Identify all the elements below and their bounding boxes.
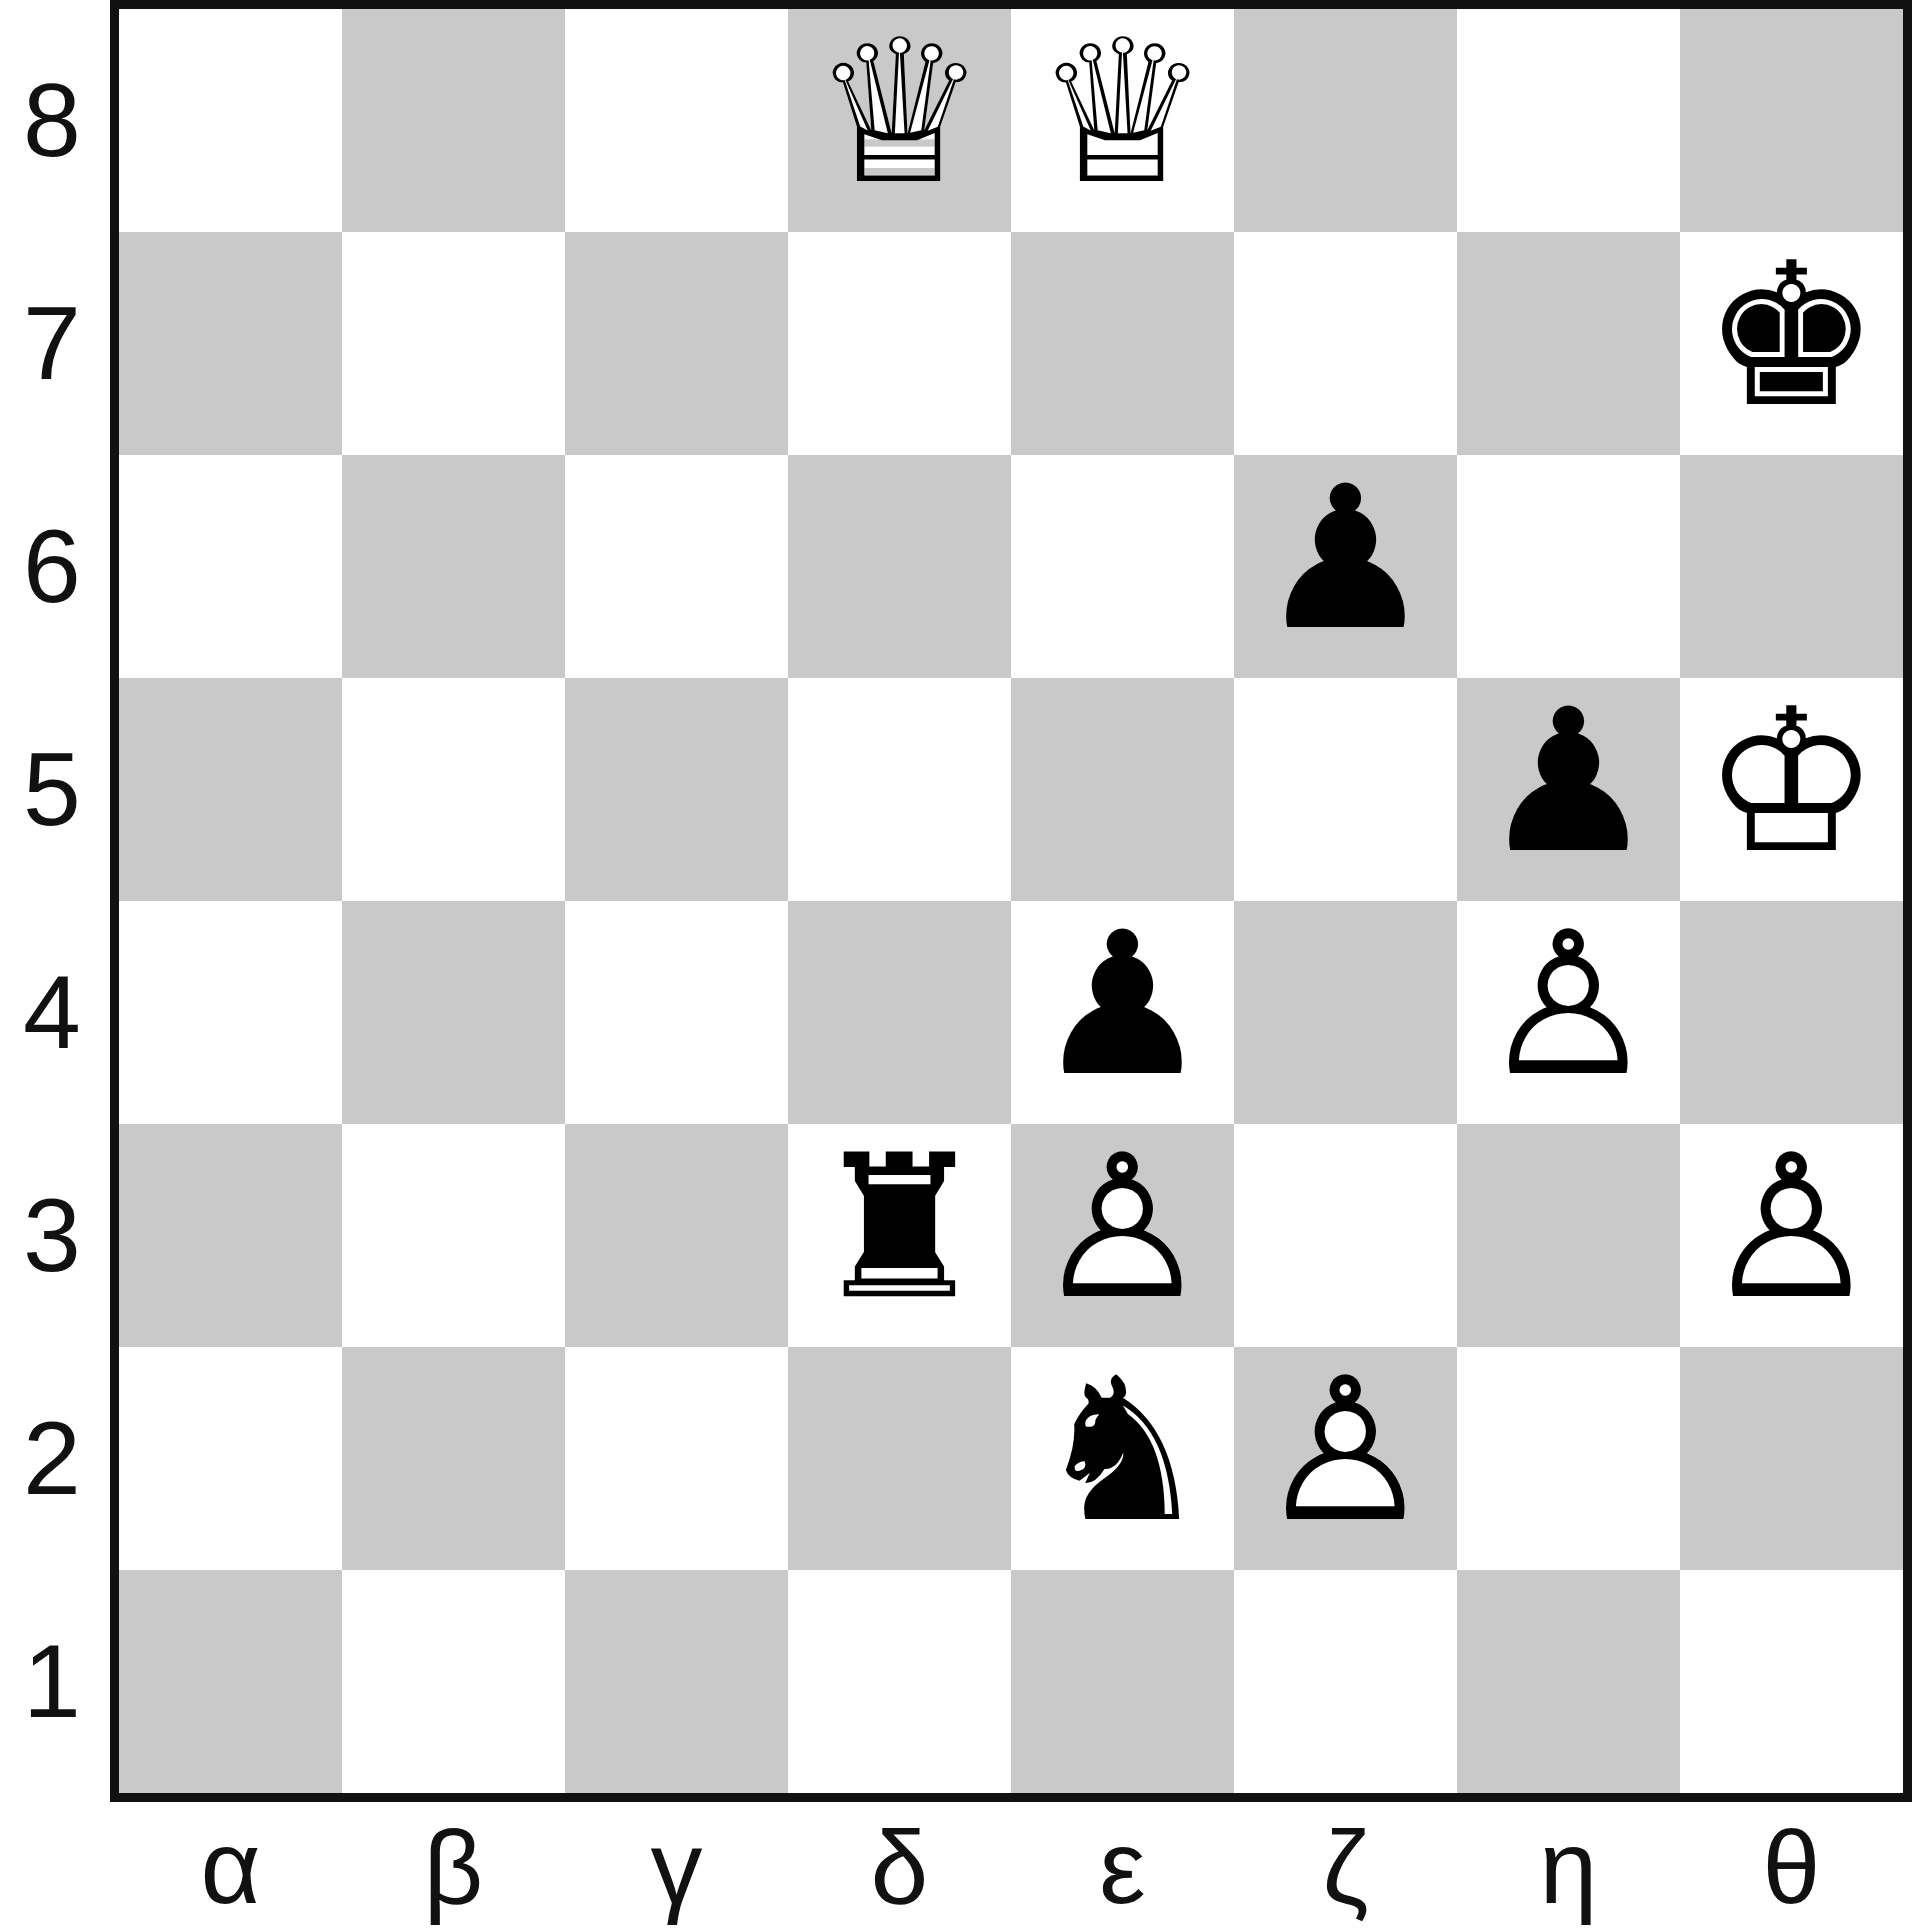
square-γ8[interactable] [565,9,788,232]
square-γ3[interactable] [565,1124,788,1347]
square-β5[interactable] [342,678,565,901]
square-γ6[interactable] [565,455,788,678]
square-ζ1[interactable] [1234,1570,1457,1793]
square-δ2[interactable] [788,1347,1011,1570]
square-η3[interactable] [1457,1124,1680,1347]
black-king: ♚ [1680,232,1903,455]
rank-label-2: 2 [0,1347,104,1570]
square-δ7[interactable] [788,232,1011,455]
square-γ1[interactable] [565,1570,788,1793]
rank-labels: 87654321 [0,9,104,1793]
square-β3[interactable] [342,1124,565,1347]
square-ζ3[interactable] [1234,1124,1457,1347]
square-ε2[interactable]: ♞ [1011,1347,1234,1570]
square-η2[interactable] [1457,1347,1680,1570]
square-η6[interactable] [1457,455,1680,678]
square-γ4[interactable] [565,901,788,1124]
square-α6[interactable] [119,455,342,678]
white-pawn: ♟♙ [1457,901,1680,1124]
rank-label-7: 7 [0,232,104,455]
square-θ3[interactable]: ♟♙ [1680,1124,1903,1347]
white-queen: ♛♕ [788,9,1011,232]
square-β6[interactable] [342,455,565,678]
square-γ2[interactable] [565,1347,788,1570]
square-θ6[interactable] [1680,455,1903,678]
chess-diagram: 87654321 ♛♕♛♕♚♟♟♚♔♟♟♙♜♟♙♟♙♞♟♙ αβγδεζηθ [0,0,1920,1931]
rank-label-1: 1 [0,1570,104,1793]
square-α8[interactable] [119,9,342,232]
square-η7[interactable] [1457,232,1680,455]
file-label-ζ: ζ [1234,1798,1457,1931]
rank-label-6: 6 [0,455,104,678]
square-δ8[interactable]: ♛♕ [788,9,1011,232]
square-δ6[interactable] [788,455,1011,678]
file-label-ε: ε [1011,1798,1234,1931]
square-ζ5[interactable] [1234,678,1457,901]
square-ε6[interactable] [1011,455,1234,678]
black-pawn: ♟ [1011,901,1234,1124]
black-knight: ♞ [1011,1347,1234,1570]
square-ε3[interactable]: ♟♙ [1011,1124,1234,1347]
square-η8[interactable] [1457,9,1680,232]
square-ζ8[interactable] [1234,9,1457,232]
square-α7[interactable] [119,232,342,455]
white-king: ♚♔ [1680,678,1903,901]
square-α2[interactable] [119,1347,342,1570]
square-θ4[interactable] [1680,901,1903,1124]
file-label-γ: γ [565,1798,788,1931]
square-ζ4[interactable] [1234,901,1457,1124]
white-pawn: ♟♙ [1011,1124,1234,1347]
square-γ5[interactable] [565,678,788,901]
square-ζ6[interactable]: ♟ [1234,455,1457,678]
square-α1[interactable] [119,1570,342,1793]
square-β1[interactable] [342,1570,565,1793]
file-label-α: α [119,1798,342,1931]
white-pawn: ♟♙ [1680,1124,1903,1347]
square-ε7[interactable] [1011,232,1234,455]
square-ε1[interactable] [1011,1570,1234,1793]
square-θ8[interactable] [1680,9,1903,232]
square-η4[interactable]: ♟♙ [1457,901,1680,1124]
file-label-β: β [342,1798,565,1931]
board-frame: ♛♕♛♕♚♟♟♚♔♟♟♙♜♟♙♟♙♞♟♙ [110,0,1912,1802]
rank-label-5: 5 [0,678,104,901]
square-θ2[interactable] [1680,1347,1903,1570]
rank-label-3: 3 [0,1124,104,1347]
square-β8[interactable] [342,9,565,232]
white-pawn: ♟♙ [1234,1347,1457,1570]
file-labels: αβγδεζηθ [119,1798,1903,1931]
black-pawn: ♟ [1234,455,1457,678]
square-δ4[interactable] [788,901,1011,1124]
rank-label-8: 8 [0,9,104,232]
square-β2[interactable] [342,1347,565,1570]
square-α4[interactable] [119,901,342,1124]
square-η1[interactable] [1457,1570,1680,1793]
square-α5[interactable] [119,678,342,901]
square-η5[interactable]: ♟ [1457,678,1680,901]
square-δ3[interactable]: ♜ [788,1124,1011,1347]
chess-board: ♛♕♛♕♚♟♟♚♔♟♟♙♜♟♙♟♙♞♟♙ [119,9,1903,1793]
black-pawn: ♟ [1457,678,1680,901]
square-ζ7[interactable] [1234,232,1457,455]
square-θ5[interactable]: ♚♔ [1680,678,1903,901]
square-ε4[interactable]: ♟ [1011,901,1234,1124]
square-ε5[interactable] [1011,678,1234,901]
square-β7[interactable] [342,232,565,455]
square-β4[interactable] [342,901,565,1124]
rank-label-4: 4 [0,901,104,1124]
square-δ5[interactable] [788,678,1011,901]
black-rook: ♜ [788,1124,1011,1347]
square-ε8[interactable]: ♛♕ [1011,9,1234,232]
file-label-η: η [1457,1798,1680,1931]
square-α3[interactable] [119,1124,342,1347]
white-queen: ♛♕ [1011,9,1234,232]
square-δ1[interactable] [788,1570,1011,1793]
square-θ1[interactable] [1680,1570,1903,1793]
file-label-θ: θ [1680,1798,1903,1931]
square-θ7[interactable]: ♚ [1680,232,1903,455]
file-label-δ: δ [788,1798,1011,1931]
square-ζ2[interactable]: ♟♙ [1234,1347,1457,1570]
square-γ7[interactable] [565,232,788,455]
